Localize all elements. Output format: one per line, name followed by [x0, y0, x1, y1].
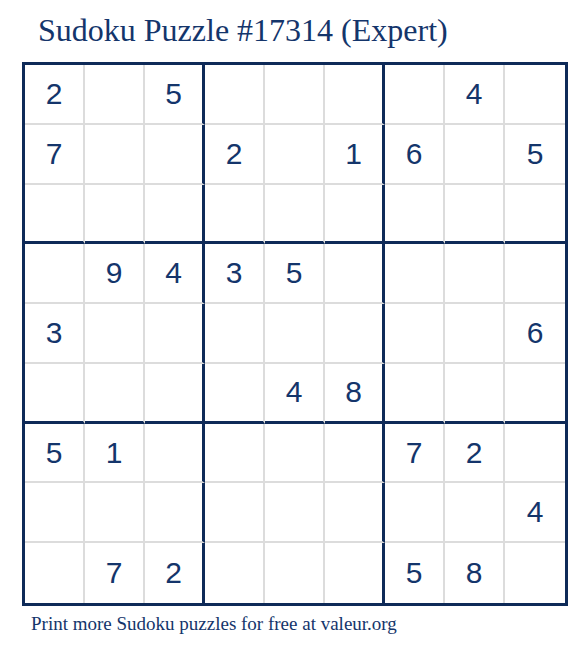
cell-r9c3[interactable]: 2: [145, 543, 205, 603]
cell-r2c8[interactable]: [445, 125, 505, 185]
cell-r4c2[interactable]: 9: [85, 244, 145, 304]
cell-r6c4[interactable]: [205, 364, 265, 424]
cell-r6c8[interactable]: [445, 364, 505, 424]
cell-r1c3[interactable]: 5: [145, 65, 205, 125]
cell-r6c1[interactable]: [25, 364, 85, 424]
cell-r7c2[interactable]: 1: [85, 424, 145, 484]
cell-r7c7[interactable]: 7: [385, 424, 445, 484]
cell-r9c8[interactable]: 8: [445, 543, 505, 603]
cell-r4c7[interactable]: [385, 244, 445, 304]
cell-r3c4[interactable]: [205, 185, 265, 245]
cell-r7c9[interactable]: [505, 424, 565, 484]
cell-r7c6[interactable]: [325, 424, 385, 484]
cell-r5c5[interactable]: [265, 304, 325, 364]
cell-r1c7[interactable]: [385, 65, 445, 125]
cell-r7c1[interactable]: 5: [25, 424, 85, 484]
cell-r4c4[interactable]: 3: [205, 244, 265, 304]
cell-r6c5[interactable]: 4: [265, 364, 325, 424]
cell-r8c4[interactable]: [205, 483, 265, 543]
cell-r9c9[interactable]: [505, 543, 565, 603]
cell-r1c5[interactable]: [265, 65, 325, 125]
cell-r3c8[interactable]: [445, 185, 505, 245]
cell-r3c7[interactable]: [385, 185, 445, 245]
cell-r8c2[interactable]: [85, 483, 145, 543]
cell-r4c9[interactable]: [505, 244, 565, 304]
cell-r3c9[interactable]: [505, 185, 565, 245]
cell-r2c5[interactable]: [265, 125, 325, 185]
cell-r5c2[interactable]: [85, 304, 145, 364]
cell-r5c8[interactable]: [445, 304, 505, 364]
cell-r9c7[interactable]: 5: [385, 543, 445, 603]
cell-r1c9[interactable]: [505, 65, 565, 125]
cell-r8c6[interactable]: [325, 483, 385, 543]
cell-r5c9[interactable]: 6: [505, 304, 565, 364]
sudoku-board-cells: 2547216594353648517247258: [25, 65, 565, 603]
cell-r1c4[interactable]: [205, 65, 265, 125]
cell-r6c2[interactable]: [85, 364, 145, 424]
cell-r9c6[interactable]: [325, 543, 385, 603]
cell-r2c6[interactable]: 1: [325, 125, 385, 185]
page-title: Sudoku Puzzle #17314 (Expert): [38, 11, 448, 49]
cell-r3c2[interactable]: [85, 185, 145, 245]
cell-r6c3[interactable]: [145, 364, 205, 424]
cell-r7c8[interactable]: 2: [445, 424, 505, 484]
footer-text: Print more Sudoku puzzles for free at va…: [31, 613, 397, 635]
sudoku-board: 2547216594353648517247258: [22, 62, 568, 606]
cell-r2c2[interactable]: [85, 125, 145, 185]
cell-r4c5[interactable]: 5: [265, 244, 325, 304]
cell-r3c5[interactable]: [265, 185, 325, 245]
cell-r9c4[interactable]: [205, 543, 265, 603]
cell-r1c8[interactable]: 4: [445, 65, 505, 125]
cell-r5c1[interactable]: 3: [25, 304, 85, 364]
cell-r7c4[interactable]: [205, 424, 265, 484]
cell-r2c9[interactable]: 5: [505, 125, 565, 185]
cell-r6c9[interactable]: [505, 364, 565, 424]
cell-r9c1[interactable]: [25, 543, 85, 603]
cell-r7c3[interactable]: [145, 424, 205, 484]
cell-r5c4[interactable]: [205, 304, 265, 364]
cell-r9c5[interactable]: [265, 543, 325, 603]
cell-r1c2[interactable]: [85, 65, 145, 125]
cell-r4c1[interactable]: [25, 244, 85, 304]
cell-r5c7[interactable]: [385, 304, 445, 364]
cell-r4c3[interactable]: 4: [145, 244, 205, 304]
cell-r3c3[interactable]: [145, 185, 205, 245]
cell-r6c7[interactable]: [385, 364, 445, 424]
cell-r3c6[interactable]: [325, 185, 385, 245]
cell-r5c3[interactable]: [145, 304, 205, 364]
cell-r7c5[interactable]: [265, 424, 325, 484]
cell-r9c2[interactable]: 7: [85, 543, 145, 603]
cell-r8c3[interactable]: [145, 483, 205, 543]
cell-r8c1[interactable]: [25, 483, 85, 543]
cell-r8c8[interactable]: [445, 483, 505, 543]
cell-r8c7[interactable]: [385, 483, 445, 543]
cell-r2c3[interactable]: [145, 125, 205, 185]
cell-r8c5[interactable]: [265, 483, 325, 543]
cell-r8c9[interactable]: 4: [505, 483, 565, 543]
cell-r4c8[interactable]: [445, 244, 505, 304]
cell-r2c4[interactable]: 2: [205, 125, 265, 185]
cell-r2c1[interactable]: 7: [25, 125, 85, 185]
cell-r2c7[interactable]: 6: [385, 125, 445, 185]
cell-r5c6[interactable]: [325, 304, 385, 364]
cell-r6c6[interactable]: 8: [325, 364, 385, 424]
cell-r3c1[interactable]: [25, 185, 85, 245]
cell-r1c6[interactable]: [325, 65, 385, 125]
cell-r4c6[interactable]: [325, 244, 385, 304]
cell-r1c1[interactable]: 2: [25, 65, 85, 125]
